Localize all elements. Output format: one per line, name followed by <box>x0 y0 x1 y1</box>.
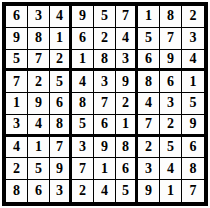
sudoku-cell-r1c3[interactable]: 4 <box>50 6 72 28</box>
sudoku-cell-r6c2[interactable]: 4 <box>28 115 50 137</box>
sudoku-cell-r8c5[interactable]: 1 <box>94 158 116 180</box>
sudoku-cell-r8c1[interactable]: 2 <box>6 158 28 180</box>
sudoku-cell-r9c1[interactable]: 8 <box>6 180 28 202</box>
sudoku-cell-r4c2[interactable]: 2 <box>28 71 50 93</box>
sudoku-cell-r2c1[interactable]: 9 <box>6 28 28 50</box>
sudoku-cell-r6c6[interactable]: 1 <box>116 115 138 137</box>
sudoku-cell-r5c1[interactable]: 1 <box>6 93 28 115</box>
sudoku-cell-r7c4[interactable]: 3 <box>72 137 94 159</box>
sudoku-cell-r8c8[interactable]: 4 <box>160 158 182 180</box>
sudoku-cell-r9c9[interactable]: 7 <box>182 180 204 202</box>
sudoku-cell-r7c9[interactable]: 6 <box>182 137 204 159</box>
sudoku-cell-r9c3[interactable]: 3 <box>50 180 72 202</box>
sudoku-cell-r1c8[interactable]: 8 <box>160 6 182 28</box>
sudoku-cell-r6c3[interactable]: 8 <box>50 115 72 137</box>
sudoku-cell-r3c2[interactable]: 7 <box>28 50 50 72</box>
sudoku-cell-r2c9[interactable]: 3 <box>182 28 204 50</box>
sudoku-cell-r4c7[interactable]: 8 <box>138 71 160 93</box>
sudoku-cell-r7c6[interactable]: 8 <box>116 137 138 159</box>
sudoku-cell-r1c4[interactable]: 9 <box>72 6 94 28</box>
sudoku-cell-r5c3[interactable]: 6 <box>50 93 72 115</box>
sudoku-cell-r8c6[interactable]: 6 <box>116 158 138 180</box>
sudoku-cell-r2c8[interactable]: 7 <box>160 28 182 50</box>
sudoku-cell-r4c1[interactable]: 7 <box>6 71 28 93</box>
sudoku-cell-r3c1[interactable]: 5 <box>6 50 28 72</box>
sudoku-cell-r1c1[interactable]: 6 <box>6 6 28 28</box>
sudoku-cell-r3c9[interactable]: 4 <box>182 50 204 72</box>
sudoku-cell-r4c3[interactable]: 5 <box>50 71 72 93</box>
sudoku-cell-r2c7[interactable]: 5 <box>138 28 160 50</box>
sudoku-cell-r9c4[interactable]: 2 <box>72 180 94 202</box>
sudoku-cell-r3c7[interactable]: 6 <box>138 50 160 72</box>
sudoku-cell-r7c3[interactable]: 7 <box>50 137 72 159</box>
sudoku-cell-r1c5[interactable]: 5 <box>94 6 116 28</box>
sudoku-cell-r9c8[interactable]: 1 <box>160 180 182 202</box>
sudoku-cell-r2c4[interactable]: 6 <box>72 28 94 50</box>
sudoku-cell-r3c8[interactable]: 9 <box>160 50 182 72</box>
sudoku-cell-r7c2[interactable]: 1 <box>28 137 50 159</box>
sudoku-cell-r8c3[interactable]: 9 <box>50 158 72 180</box>
sudoku-cell-r3c4[interactable]: 1 <box>72 50 94 72</box>
sudoku-cell-r1c2[interactable]: 3 <box>28 6 50 28</box>
sudoku-cell-r5c5[interactable]: 7 <box>94 93 116 115</box>
sudoku-cell-r2c2[interactable]: 8 <box>28 28 50 50</box>
sudoku-cell-r8c2[interactable]: 5 <box>28 158 50 180</box>
sudoku-board: 6349571829816245735721836947254398611968… <box>2 2 208 206</box>
sudoku-cell-r9c6[interactable]: 5 <box>116 180 138 202</box>
sudoku-cell-r5c8[interactable]: 3 <box>160 93 182 115</box>
sudoku-cell-r4c6[interactable]: 9 <box>116 71 138 93</box>
sudoku-frame: 6349571829816245735721836947254398611968… <box>0 0 210 208</box>
sudoku-cell-r7c1[interactable]: 4 <box>6 137 28 159</box>
sudoku-cell-r5c6[interactable]: 2 <box>116 93 138 115</box>
sudoku-cell-r4c8[interactable]: 6 <box>160 71 182 93</box>
sudoku-cell-r6c1[interactable]: 3 <box>6 115 28 137</box>
sudoku-cell-r1c7[interactable]: 1 <box>138 6 160 28</box>
sudoku-cell-r1c6[interactable]: 7 <box>116 6 138 28</box>
sudoku-cell-r3c5[interactable]: 8 <box>94 50 116 72</box>
sudoku-cell-r6c4[interactable]: 5 <box>72 115 94 137</box>
sudoku-cell-r5c7[interactable]: 4 <box>138 93 160 115</box>
sudoku-cell-r5c9[interactable]: 5 <box>182 93 204 115</box>
sudoku-cell-r8c7[interactable]: 3 <box>138 158 160 180</box>
sudoku-cell-r3c3[interactable]: 2 <box>50 50 72 72</box>
sudoku-cell-r6c8[interactable]: 2 <box>160 115 182 137</box>
sudoku-cell-r7c8[interactable]: 5 <box>160 137 182 159</box>
sudoku-cell-r2c5[interactable]: 2 <box>94 28 116 50</box>
sudoku-cell-r6c5[interactable]: 6 <box>94 115 116 137</box>
sudoku-cell-r8c4[interactable]: 7 <box>72 158 94 180</box>
sudoku-cell-r2c3[interactable]: 1 <box>50 28 72 50</box>
sudoku-cell-r4c4[interactable]: 4 <box>72 71 94 93</box>
sudoku-cell-r9c5[interactable]: 4 <box>94 180 116 202</box>
sudoku-cell-r7c7[interactable]: 2 <box>138 137 160 159</box>
sudoku-cell-r5c2[interactable]: 9 <box>28 93 50 115</box>
sudoku-cell-r2c6[interactable]: 4 <box>116 28 138 50</box>
sudoku-cell-r4c5[interactable]: 3 <box>94 71 116 93</box>
sudoku-cell-r9c2[interactable]: 6 <box>28 180 50 202</box>
sudoku-cell-r8c9[interactable]: 8 <box>182 158 204 180</box>
sudoku-cell-r4c9[interactable]: 1 <box>182 71 204 93</box>
sudoku-cell-r1c9[interactable]: 2 <box>182 6 204 28</box>
sudoku-cell-r9c7[interactable]: 9 <box>138 180 160 202</box>
sudoku-cell-r3c6[interactable]: 3 <box>116 50 138 72</box>
sudoku-cell-r6c7[interactable]: 7 <box>138 115 160 137</box>
sudoku-cell-r7c5[interactable]: 9 <box>94 137 116 159</box>
sudoku-cell-r5c4[interactable]: 8 <box>72 93 94 115</box>
sudoku-cell-r6c9[interactable]: 9 <box>182 115 204 137</box>
